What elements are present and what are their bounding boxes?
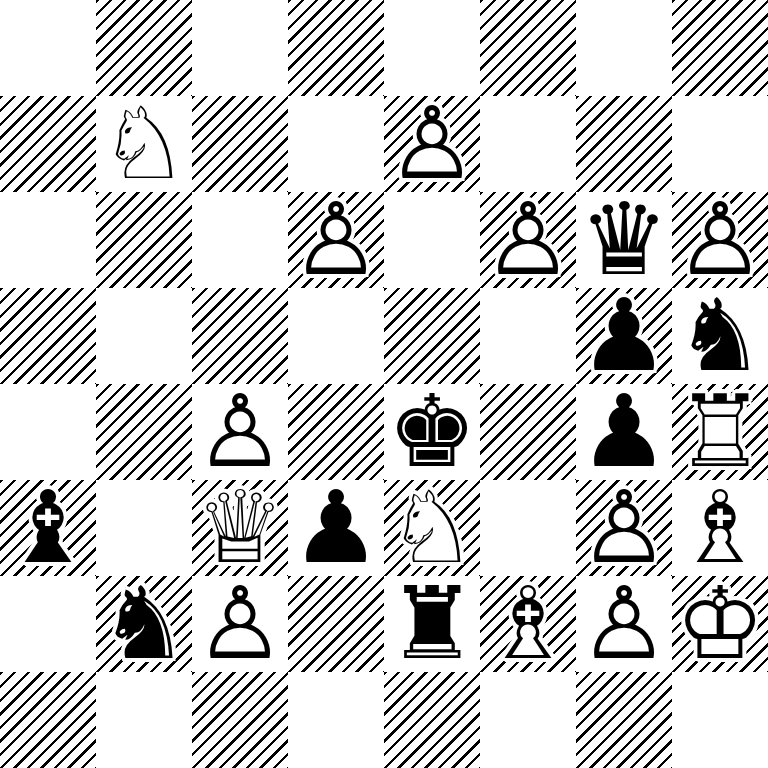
- piece-black-king[interactable]: ♚♚: [384, 384, 480, 480]
- piece-black-knight[interactable]: ♞♞: [672, 288, 768, 384]
- piece-white-pawn[interactable]: ♟♙: [384, 96, 480, 192]
- piece-glyph: ♙: [576, 480, 672, 576]
- piece-glyph: ♞: [672, 288, 768, 384]
- piece-glyph: ♙: [384, 96, 480, 192]
- square-f1[interactable]: [480, 672, 576, 768]
- piece-glyph: ♘: [96, 96, 192, 192]
- square-b5[interactable]: [96, 288, 192, 384]
- piece-glyph: ♟: [288, 480, 384, 576]
- piece-white-queen[interactable]: ♛♕: [192, 480, 288, 576]
- square-e7[interactable]: ♟♙: [384, 96, 480, 192]
- square-a5[interactable]: [0, 288, 96, 384]
- square-d4[interactable]: [288, 384, 384, 480]
- piece-white-bishop[interactable]: ♝♗: [480, 576, 576, 672]
- square-g4[interactable]: ♟♟: [576, 384, 672, 480]
- piece-glyph: ♘: [384, 480, 480, 576]
- square-d8[interactable]: [288, 0, 384, 96]
- square-b6[interactable]: [96, 192, 192, 288]
- piece-white-pawn[interactable]: ♟♙: [192, 384, 288, 480]
- piece-glyph: ♙: [576, 576, 672, 672]
- piece-glyph: ♝: [0, 480, 96, 576]
- piece-glyph: ♟: [576, 288, 672, 384]
- square-a1[interactable]: [0, 672, 96, 768]
- piece-glyph: ♗: [480, 576, 576, 672]
- square-a8[interactable]: [0, 0, 96, 96]
- piece-glyph: ♔: [672, 576, 768, 672]
- piece-white-king[interactable]: ♚♔: [672, 576, 768, 672]
- square-g3[interactable]: ♟♙: [576, 480, 672, 576]
- piece-white-pawn[interactable]: ♟♙: [576, 480, 672, 576]
- piece-glyph: ♙: [480, 192, 576, 288]
- piece-white-rook[interactable]: ♜♖: [672, 384, 768, 480]
- piece-black-bishop[interactable]: ♝♝: [0, 480, 96, 576]
- square-c8[interactable]: [192, 0, 288, 96]
- square-e3[interactable]: ♞♘: [384, 480, 480, 576]
- piece-white-pawn[interactable]: ♟♙: [192, 576, 288, 672]
- piece-white-pawn[interactable]: ♟♙: [288, 192, 384, 288]
- piece-white-knight[interactable]: ♞♘: [96, 96, 192, 192]
- piece-glyph: ♕: [192, 480, 288, 576]
- square-f2[interactable]: ♝♗: [480, 576, 576, 672]
- square-c6[interactable]: [192, 192, 288, 288]
- piece-black-queen[interactable]: ♛♛: [576, 192, 672, 288]
- square-e8[interactable]: [384, 0, 480, 96]
- square-g8[interactable]: [576, 0, 672, 96]
- square-a4[interactable]: [0, 384, 96, 480]
- square-f3[interactable]: [480, 480, 576, 576]
- square-f4[interactable]: [480, 384, 576, 480]
- square-a6[interactable]: [0, 192, 96, 288]
- square-g1[interactable]: [576, 672, 672, 768]
- square-g6[interactable]: ♛♛: [576, 192, 672, 288]
- piece-black-knight[interactable]: ♞♞: [96, 576, 192, 672]
- square-f7[interactable]: [480, 96, 576, 192]
- piece-glyph: ♙: [288, 192, 384, 288]
- square-h2[interactable]: ♚♔: [672, 576, 768, 672]
- square-f6[interactable]: ♟♙: [480, 192, 576, 288]
- square-b3[interactable]: [96, 480, 192, 576]
- square-b7[interactable]: ♞♘: [96, 96, 192, 192]
- square-e1[interactable]: [384, 672, 480, 768]
- square-c7[interactable]: [192, 96, 288, 192]
- square-e2[interactable]: ♜♜: [384, 576, 480, 672]
- piece-glyph: ♞: [96, 576, 192, 672]
- square-h3[interactable]: ♝♗: [672, 480, 768, 576]
- square-b8[interactable]: [96, 0, 192, 96]
- square-h1[interactable]: [672, 672, 768, 768]
- square-d5[interactable]: [288, 288, 384, 384]
- square-c3[interactable]: ♛♕: [192, 480, 288, 576]
- square-g2[interactable]: ♟♙: [576, 576, 672, 672]
- square-d3[interactable]: ♟♟: [288, 480, 384, 576]
- square-d1[interactable]: [288, 672, 384, 768]
- square-d2[interactable]: [288, 576, 384, 672]
- chess-board: ♞♘♟♙♟♙♟♙♛♛♟♙♟♟♞♞♟♙♚♚♟♟♜♖♝♝♛♕♟♟♞♘♟♙♝♗♞♞♟♙…: [0, 0, 768, 768]
- piece-white-bishop[interactable]: ♝♗: [672, 480, 768, 576]
- piece-white-pawn[interactable]: ♟♙: [672, 192, 768, 288]
- square-f8[interactable]: [480, 0, 576, 96]
- square-e6[interactable]: [384, 192, 480, 288]
- square-a7[interactable]: [0, 96, 96, 192]
- square-a3[interactable]: ♝♝: [0, 480, 96, 576]
- square-h8[interactable]: [672, 0, 768, 96]
- square-e5[interactable]: [384, 288, 480, 384]
- square-e4[interactable]: ♚♚: [384, 384, 480, 480]
- piece-glyph: ♙: [672, 192, 768, 288]
- square-d7[interactable]: [288, 96, 384, 192]
- square-h7[interactable]: [672, 96, 768, 192]
- piece-black-pawn[interactable]: ♟♟: [576, 288, 672, 384]
- piece-glyph: ♛: [576, 192, 672, 288]
- piece-black-rook[interactable]: ♜♜: [384, 576, 480, 672]
- square-b2[interactable]: ♞♞: [96, 576, 192, 672]
- square-g7[interactable]: [576, 96, 672, 192]
- square-c5[interactable]: [192, 288, 288, 384]
- piece-glyph: ♙: [192, 576, 288, 672]
- piece-white-pawn[interactable]: ♟♙: [576, 576, 672, 672]
- square-g5[interactable]: ♟♟: [576, 288, 672, 384]
- piece-glyph: ♗: [672, 480, 768, 576]
- piece-black-pawn[interactable]: ♟♟: [576, 384, 672, 480]
- square-b1[interactable]: [96, 672, 192, 768]
- square-h4[interactable]: ♜♖: [672, 384, 768, 480]
- square-h6[interactable]: ♟♙: [672, 192, 768, 288]
- square-a2[interactable]: [0, 576, 96, 672]
- piece-glyph: ♚: [384, 384, 480, 480]
- piece-glyph: ♙: [192, 384, 288, 480]
- square-d6[interactable]: ♟♙: [288, 192, 384, 288]
- piece-white-knight[interactable]: ♞♘: [384, 480, 480, 576]
- square-h5[interactable]: ♞♞: [672, 288, 768, 384]
- piece-glyph: ♖: [672, 384, 768, 480]
- square-c4[interactable]: ♟♙: [192, 384, 288, 480]
- square-c2[interactable]: ♟♙: [192, 576, 288, 672]
- square-c1[interactable]: [192, 672, 288, 768]
- square-f5[interactable]: [480, 288, 576, 384]
- piece-glyph: ♟: [576, 384, 672, 480]
- piece-glyph: ♜: [384, 576, 480, 672]
- square-b4[interactable]: [96, 384, 192, 480]
- piece-black-pawn[interactable]: ♟♟: [288, 480, 384, 576]
- piece-white-pawn[interactable]: ♟♙: [480, 192, 576, 288]
